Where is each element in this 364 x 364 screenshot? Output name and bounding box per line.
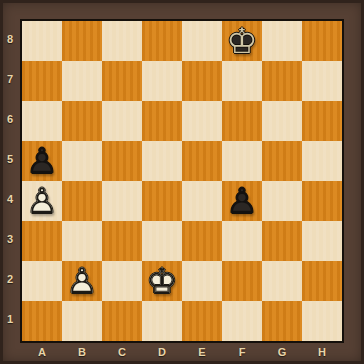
file-label-d: D [142,343,182,364]
square-h5[interactable] [302,141,342,181]
rank-label-8: 8 [0,19,20,59]
square-h8[interactable] [302,21,342,61]
square-b8[interactable] [62,21,102,61]
piece-white-pawn[interactable]: ♟♙ [62,261,102,301]
piece-white-king[interactable]: ♚♔ [142,261,182,301]
white-pawn-outline-icon: ♙ [22,181,62,221]
square-b2[interactable]: ♟♙ [62,261,102,301]
square-d6[interactable] [142,101,182,141]
square-d1[interactable] [142,301,182,341]
piece-black-king[interactable]: ♚♔ [222,21,262,61]
file-label-f: F [222,343,262,364]
square-b4[interactable] [62,181,102,221]
square-h2[interactable] [302,261,342,301]
square-e8[interactable] [182,21,222,61]
file-label-a: A [22,343,62,364]
square-b3[interactable] [62,221,102,261]
rank-label-2: 2 [0,259,20,299]
square-f8[interactable]: ♚♔ [222,21,262,61]
square-g2[interactable] [262,261,302,301]
file-labels: ABCDEFGH [22,343,342,364]
white-king-outline-icon: ♔ [142,261,182,301]
file-label-c: C [102,343,142,364]
rank-label-3: 3 [0,219,20,259]
rank-label-1: 1 [0,299,20,339]
square-c4[interactable] [102,181,142,221]
chess-board: ♚♔♟♙♟♙♟♙♟♙♚♔ [20,19,344,343]
square-a8[interactable] [22,21,62,61]
square-d7[interactable] [142,61,182,101]
black-pawn-outline-icon: ♙ [22,141,62,181]
square-e2[interactable] [182,261,222,301]
square-b7[interactable] [62,61,102,101]
square-c6[interactable] [102,101,142,141]
square-g6[interactable] [262,101,302,141]
square-e4[interactable] [182,181,222,221]
file-label-h: H [302,343,342,364]
square-a2[interactable] [22,261,62,301]
square-f3[interactable] [222,221,262,261]
square-c8[interactable] [102,21,142,61]
square-b6[interactable] [62,101,102,141]
square-e6[interactable] [182,101,222,141]
square-a6[interactable] [22,101,62,141]
square-f6[interactable] [222,101,262,141]
square-d2[interactable]: ♚♔ [142,261,182,301]
square-d3[interactable] [142,221,182,261]
square-c1[interactable] [102,301,142,341]
square-f7[interactable] [222,61,262,101]
square-f4[interactable]: ♟♙ [222,181,262,221]
square-a5[interactable]: ♟♙ [22,141,62,181]
square-h4[interactable] [302,181,342,221]
square-e1[interactable] [182,301,222,341]
chess-board-window: 87654321 ABCDEFGH ♚♔♟♙♟♙♟♙♟♙♚♔ [0,0,364,364]
rank-label-7: 7 [0,59,20,99]
square-b1[interactable] [62,301,102,341]
square-c2[interactable] [102,261,142,301]
black-king-outline-icon: ♔ [222,21,262,61]
rank-label-4: 4 [0,179,20,219]
square-a7[interactable] [22,61,62,101]
piece-black-pawn[interactable]: ♟♙ [222,181,262,221]
rank-label-6: 6 [0,99,20,139]
square-a1[interactable] [22,301,62,341]
file-label-b: B [62,343,102,364]
white-pawn-outline-icon: ♙ [62,261,102,301]
piece-white-pawn[interactable]: ♟♙ [22,181,62,221]
square-g8[interactable] [262,21,302,61]
black-pawn-outline-icon: ♙ [222,181,262,221]
rank-label-5: 5 [0,139,20,179]
square-h3[interactable] [302,221,342,261]
square-c7[interactable] [102,61,142,101]
square-g5[interactable] [262,141,302,181]
rank-labels: 87654321 [0,19,20,343]
piece-black-pawn[interactable]: ♟♙ [22,141,62,181]
square-e5[interactable] [182,141,222,181]
square-c3[interactable] [102,221,142,261]
square-a3[interactable] [22,221,62,261]
square-d4[interactable] [142,181,182,221]
square-g1[interactable] [262,301,302,341]
square-d5[interactable] [142,141,182,181]
square-g3[interactable] [262,221,302,261]
square-g4[interactable] [262,181,302,221]
square-g7[interactable] [262,61,302,101]
square-a4[interactable]: ♟♙ [22,181,62,221]
square-f2[interactable] [222,261,262,301]
square-h6[interactable] [302,101,342,141]
square-h7[interactable] [302,61,342,101]
square-f1[interactable] [222,301,262,341]
square-h1[interactable] [302,301,342,341]
file-label-g: G [262,343,302,364]
file-label-e: E [182,343,222,364]
square-c5[interactable] [102,141,142,181]
square-f5[interactable] [222,141,262,181]
square-b5[interactable] [62,141,102,181]
square-e7[interactable] [182,61,222,101]
square-d8[interactable] [142,21,182,61]
square-e3[interactable] [182,221,222,261]
